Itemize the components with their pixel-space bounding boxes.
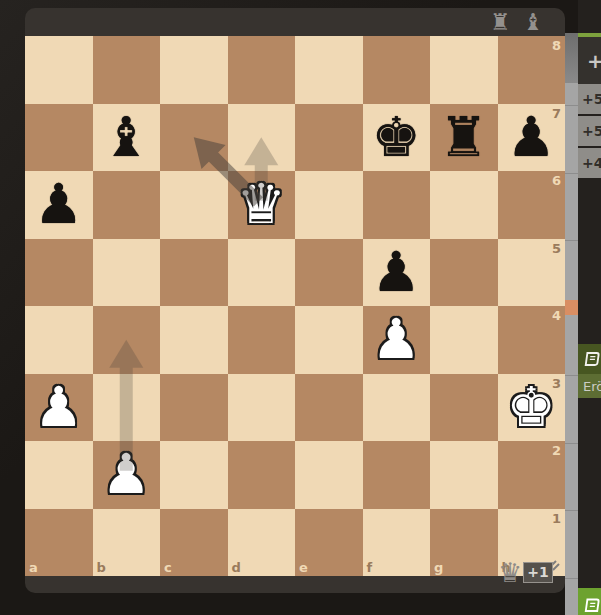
square-a6[interactable]: ♟ — [25, 171, 93, 239]
square-d3[interactable] — [228, 374, 296, 442]
square-h7[interactable]: 7♟ — [498, 104, 566, 172]
square-a8[interactable] — [25, 36, 93, 104]
piece-black-king-f7[interactable]: ♚ — [363, 104, 431, 172]
piece-black-rook-g7[interactable]: ♜ — [430, 104, 498, 172]
square-c8[interactable] — [160, 36, 228, 104]
square-b2[interactable]: ♟ — [93, 441, 161, 509]
scrollbar-tick — [565, 443, 578, 444]
file-label-c: c — [164, 560, 172, 575]
file-label-e: e — [299, 560, 308, 575]
square-d2[interactable] — [228, 441, 296, 509]
square-h5[interactable]: 5 — [498, 239, 566, 307]
square-h6[interactable]: 6 — [498, 171, 566, 239]
captured-rook-icon: ♜ — [490, 11, 511, 34]
square-f6[interactable] — [363, 171, 431, 239]
rank-label-3: 3 — [552, 376, 561, 391]
eval-badge[interactable]: +4. — [578, 148, 601, 178]
piece-white-pawn-b2[interactable]: ♟ — [93, 441, 161, 509]
eval-scrollbar[interactable] — [565, 33, 578, 615]
square-g6[interactable] — [430, 171, 498, 239]
piece-white-queen-d6[interactable]: ♛ — [228, 171, 296, 239]
piece-black-pawn-a6[interactable]: ♟ — [25, 171, 93, 239]
scrollbar-tick — [565, 510, 578, 511]
rank-label-5: 5 — [552, 241, 561, 256]
rank-label-2: 2 — [552, 443, 561, 458]
square-b5[interactable] — [93, 239, 161, 307]
scrollbar-tick — [565, 240, 578, 241]
square-h2[interactable]: 2 — [498, 441, 566, 509]
square-b3[interactable] — [93, 374, 161, 442]
rank-label-8: 8 — [552, 38, 561, 53]
square-g7[interactable]: ♜ — [430, 104, 498, 172]
square-a4[interactable] — [25, 306, 93, 374]
square-c2[interactable] — [160, 441, 228, 509]
piece-white-pawn-a3[interactable]: ♟ — [25, 374, 93, 442]
opening-label[interactable]: Erö — [578, 374, 601, 398]
square-h4[interactable]: 4 — [498, 306, 566, 374]
scrollbar-tick — [565, 578, 578, 579]
square-e3[interactable] — [295, 374, 363, 442]
square-c5[interactable] — [160, 239, 228, 307]
square-e5[interactable] — [295, 239, 363, 307]
piece-white-pawn-f4[interactable]: ♟ — [363, 306, 431, 374]
side-panel: + +5. +5. +4. Erö — [578, 0, 601, 615]
file-label-a: a — [29, 560, 38, 575]
bottom-player-bar — [25, 576, 565, 593]
captured-queen-icon: ♛ — [498, 559, 522, 586]
square-c7[interactable] — [160, 104, 228, 172]
opening-panel: Erö — [578, 344, 601, 398]
square-d5[interactable] — [228, 239, 296, 307]
rank-label-6: 6 — [552, 173, 561, 188]
square-c1[interactable]: c — [160, 509, 228, 577]
scrollbar-thumb[interactable] — [565, 33, 578, 83]
scrollbar-tick — [565, 105, 578, 106]
square-a7[interactable] — [25, 104, 93, 172]
square-f8[interactable] — [363, 36, 431, 104]
scrollbar-tick — [565, 375, 578, 376]
square-b7[interactable]: ♝ — [93, 104, 161, 172]
square-f2[interactable] — [363, 441, 431, 509]
chess-board[interactable]: 8♝♚♜7♟♟♛6♟5♟4♟3♚♟2abcdefg1h — [25, 36, 565, 576]
square-f1[interactable]: f — [363, 509, 431, 577]
square-c3[interactable] — [160, 374, 228, 442]
square-a5[interactable] — [25, 239, 93, 307]
square-h8[interactable]: 8 — [498, 36, 566, 104]
file-label-g: g — [434, 560, 443, 575]
book-icon — [583, 351, 601, 367]
square-e1[interactable]: e — [295, 509, 363, 577]
square-e8[interactable] — [295, 36, 363, 104]
square-b6[interactable] — [93, 171, 161, 239]
square-g2[interactable] — [430, 441, 498, 509]
square-f3[interactable] — [363, 374, 431, 442]
rank-label-7: 7 — [552, 106, 561, 121]
square-d7[interactable] — [228, 104, 296, 172]
square-e4[interactable] — [295, 306, 363, 374]
scrollbar-highlight — [565, 300, 578, 315]
book-icon — [583, 598, 601, 613]
square-c6[interactable] — [160, 171, 228, 239]
square-d8[interactable] — [228, 36, 296, 104]
bottom-green-panel[interactable] — [578, 588, 601, 615]
eval-badge[interactable]: +5. — [578, 116, 601, 146]
square-b1[interactable]: b — [93, 509, 161, 577]
square-h3[interactable]: 3♚ — [498, 374, 566, 442]
material-advantage: ♛ +1 — [498, 559, 553, 586]
square-g5[interactable] — [430, 239, 498, 307]
square-d1[interactable]: d — [228, 509, 296, 577]
scrollbar-tick — [565, 173, 578, 174]
square-c4[interactable] — [160, 306, 228, 374]
square-a3[interactable]: ♟ — [25, 374, 93, 442]
opening-panel-header — [578, 344, 601, 374]
square-b8[interactable] — [93, 36, 161, 104]
rank-label-4: 4 — [552, 308, 561, 323]
file-label-f: f — [367, 560, 373, 575]
square-g4[interactable] — [430, 306, 498, 374]
square-g1[interactable]: g — [430, 509, 498, 577]
square-e6[interactable] — [295, 171, 363, 239]
square-g8[interactable] — [430, 36, 498, 104]
square-e2[interactable] — [295, 441, 363, 509]
square-a1[interactable]: a — [25, 509, 93, 577]
square-d6[interactable]: ♛ — [228, 171, 296, 239]
square-g3[interactable] — [430, 374, 498, 442]
piece-black-bishop-b7[interactable]: ♝ — [93, 104, 161, 172]
square-d4[interactable] — [228, 306, 296, 374]
eval-badge[interactable]: +5. — [578, 84, 601, 114]
top-player-bar: ♜ ♝ — [25, 8, 565, 36]
piece-black-pawn-f5[interactable]: ♟ — [363, 239, 431, 307]
file-label-b: b — [97, 560, 106, 575]
square-b4[interactable] — [93, 306, 161, 374]
analysis-page: ♜ ♝ 8♝♚♜7♟♟♛6♟5♟4♟3♚♟2abcdefg1h + +5. +5… — [0, 0, 601, 615]
captured-bishop-icon: ♝ — [522, 11, 543, 34]
eval-header: + — [578, 37, 601, 84]
square-f5[interactable]: ♟ — [363, 239, 431, 307]
rank-label-1: 1 — [552, 511, 561, 526]
material-advantage-badge: +1 — [523, 562, 552, 583]
file-label-d: d — [232, 560, 241, 575]
square-e7[interactable] — [295, 104, 363, 172]
square-f7[interactable]: ♚ — [363, 104, 431, 172]
square-a2[interactable] — [25, 441, 93, 509]
square-f4[interactable]: ♟ — [363, 306, 431, 374]
